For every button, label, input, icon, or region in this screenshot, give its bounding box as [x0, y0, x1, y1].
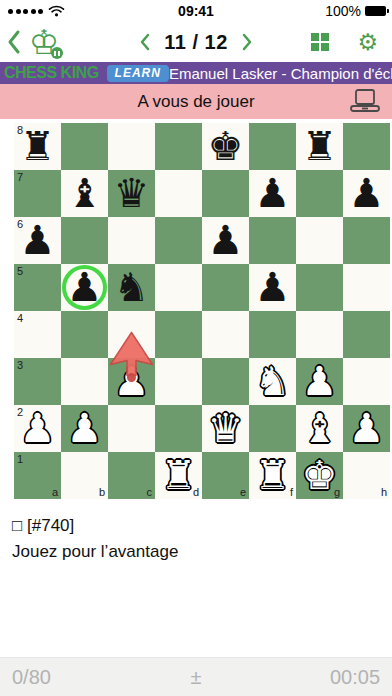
- prev-puzzle-button[interactable]: [139, 33, 150, 51]
- piece-white-queen[interactable]: ♛: [202, 405, 249, 452]
- piece-white-pawn[interactable]: ♟: [108, 358, 155, 405]
- piece-black-rook[interactable]: ♜: [14, 123, 61, 170]
- battery-icon: [365, 6, 386, 16]
- puzzle-caption: □ [#740] Jouez pour l’avantage: [0, 499, 392, 565]
- learn-badge: LEARN: [107, 65, 169, 82]
- piece-black-king[interactable]: ♚: [202, 123, 249, 170]
- elapsed-timer: 00:05: [257, 666, 392, 689]
- next-puzzle-button[interactable]: [242, 33, 253, 51]
- piece-black-pawn[interactable]: ♟: [202, 217, 249, 264]
- piece-black-pawn[interactable]: ♟: [249, 170, 296, 217]
- side-to-move-marker: □: [12, 516, 22, 535]
- piece-black-pawn[interactable]: ♟: [343, 170, 390, 217]
- chess-board[interactable]: 87654321abcdefgh ♜♚♜♝♛♟♟♟♟♟♞♟♟♞♟♟♟♛♝♟♜♜♚: [14, 123, 390, 499]
- piece-black-bishop[interactable]: ♝: [61, 170, 108, 217]
- piece-black-queen[interactable]: ♛: [108, 170, 155, 217]
- clock-time: 09:41: [0, 3, 392, 19]
- turn-prompt-text: A vous de jouer: [137, 92, 254, 112]
- app-screen: 09:41 100% ♔ 11 / 12 ⚙: [0, 0, 392, 696]
- piece-white-bishop[interactable]: ♝: [296, 405, 343, 452]
- computer-play-button[interactable]: [348, 88, 382, 115]
- bottom-bar: 0/80 ± 00:05: [0, 657, 392, 696]
- piece-white-pawn[interactable]: ♟: [343, 405, 390, 452]
- difficulty-indicator: ±: [135, 666, 258, 689]
- piece-white-pawn[interactable]: ♟: [296, 358, 343, 405]
- piece-white-rook[interactable]: ♜: [155, 452, 202, 499]
- nav-bar: ♔ 11 / 12 ⚙: [0, 22, 392, 62]
- course-title: Emanuel Lasker - Champion d'échecs: [169, 65, 392, 82]
- puzzle-number: [#740]: [27, 516, 74, 535]
- piece-white-king[interactable]: ♚: [296, 452, 343, 499]
- piece-black-pawn[interactable]: ♟: [249, 264, 296, 311]
- brand-chess-king: CHESS KING: [4, 64, 99, 82]
- piece-black-rook[interactable]: ♜: [296, 123, 343, 170]
- turn-prompt-bar: A vous de jouer: [0, 84, 392, 119]
- course-banner: CHESS KING LEARN Emanuel Lasker - Champi…: [0, 62, 392, 84]
- puzzle-counter: 11 / 12: [164, 31, 228, 54]
- puzzle-goal-text: Jouez pour l’avantage: [12, 539, 380, 565]
- piece-white-rook[interactable]: ♜: [249, 452, 296, 499]
- piece-white-knight[interactable]: ♞: [249, 358, 296, 405]
- status-bar: 09:41 100%: [0, 0, 392, 22]
- piece-black-knight[interactable]: ♞: [108, 264, 155, 311]
- piece-white-pawn[interactable]: ♟: [61, 405, 108, 452]
- score-counter: 0/80: [0, 666, 135, 689]
- piece-black-pawn[interactable]: ♟: [61, 264, 108, 311]
- piece-white-pawn[interactable]: ♟: [14, 405, 61, 452]
- piece-black-pawn[interactable]: ♟: [14, 217, 61, 264]
